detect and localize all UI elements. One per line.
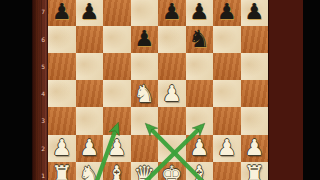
square-g1[interactable] bbox=[213, 162, 241, 180]
piece-white-pawn-a2[interactable]: ♟ bbox=[48, 135, 76, 162]
square-b1[interactable]: ♞ bbox=[76, 162, 104, 180]
piece-black-pawn-b7[interactable]: ♟ bbox=[76, 0, 104, 26]
rank-label-1: 1 bbox=[33, 172, 45, 179]
square-h5[interactable] bbox=[241, 53, 269, 80]
square-a1[interactable]: ♜ bbox=[48, 162, 76, 180]
piece-black-pawn-h7[interactable]: ♟ bbox=[241, 0, 269, 26]
square-g3[interactable] bbox=[213, 107, 241, 134]
square-a3[interactable] bbox=[48, 107, 76, 134]
square-h4[interactable] bbox=[241, 80, 269, 107]
square-c2[interactable]: ♟ bbox=[103, 135, 131, 162]
piece-white-pawn-h2[interactable]: ♟ bbox=[241, 135, 269, 162]
square-h7[interactable]: ♟ bbox=[241, 0, 269, 26]
square-c7[interactable] bbox=[103, 0, 131, 26]
piece-black-pawn-g7[interactable]: ♟ bbox=[213, 0, 241, 26]
square-e3[interactable] bbox=[158, 107, 186, 134]
square-b5[interactable] bbox=[76, 53, 104, 80]
square-e4[interactable]: ♟ bbox=[158, 80, 186, 107]
piece-black-pawn-e7[interactable]: ♟ bbox=[158, 0, 186, 26]
square-f2[interactable]: ♟ bbox=[186, 135, 214, 162]
piece-white-knight-d4[interactable]: ♞ bbox=[131, 80, 159, 107]
square-h3[interactable] bbox=[241, 107, 269, 134]
square-c4[interactable] bbox=[103, 80, 131, 107]
square-d5[interactable] bbox=[131, 53, 159, 80]
piece-white-pawn-c2[interactable]: ♟ bbox=[103, 135, 131, 162]
rank-label-7: 7 bbox=[33, 8, 45, 15]
square-d2[interactable] bbox=[131, 135, 159, 162]
piece-white-bishop-c1[interactable]: ♝ bbox=[103, 162, 131, 180]
square-f1[interactable]: ♝ bbox=[186, 162, 214, 180]
piece-white-queen-d1[interactable]: ♛ bbox=[131, 162, 159, 180]
piece-black-knight-f6[interactable]: ♞ bbox=[186, 26, 214, 53]
piece-black-pawn-a7[interactable]: ♟ bbox=[48, 0, 76, 26]
square-e2[interactable] bbox=[158, 135, 186, 162]
square-b4[interactable] bbox=[76, 80, 104, 107]
square-c5[interactable] bbox=[103, 53, 131, 80]
square-a4[interactable] bbox=[48, 80, 76, 107]
square-f7[interactable]: ♟ bbox=[186, 0, 214, 26]
piece-white-rook-a1[interactable]: ♜ bbox=[48, 162, 76, 180]
square-b2[interactable]: ♟ bbox=[76, 135, 104, 162]
square-h6[interactable] bbox=[241, 26, 269, 53]
square-d1[interactable]: ♛ bbox=[131, 162, 159, 180]
rank-label-2: 2 bbox=[33, 145, 45, 152]
square-e6[interactable] bbox=[158, 26, 186, 53]
square-h1[interactable]: ♜ bbox=[241, 162, 269, 180]
rank-label-6: 6 bbox=[33, 36, 45, 43]
square-a2[interactable]: ♟ bbox=[48, 135, 76, 162]
square-f5[interactable] bbox=[186, 53, 214, 80]
square-f6[interactable]: ♞ bbox=[186, 26, 214, 53]
rank-label-5: 5 bbox=[33, 63, 45, 70]
square-e7[interactable]: ♟ bbox=[158, 0, 186, 26]
square-h2[interactable]: ♟ bbox=[241, 135, 269, 162]
square-b7[interactable]: ♟ bbox=[76, 0, 104, 26]
square-g6[interactable] bbox=[213, 26, 241, 53]
square-d6[interactable]: ♟ bbox=[131, 26, 159, 53]
piece-white-pawn-e4[interactable]: ♟ bbox=[158, 80, 186, 107]
square-f3[interactable] bbox=[186, 107, 214, 134]
square-a5[interactable] bbox=[48, 53, 76, 80]
square-b3[interactable] bbox=[76, 107, 104, 134]
piece-white-knight-b1[interactable]: ♞ bbox=[76, 162, 104, 180]
square-e5[interactable] bbox=[158, 53, 186, 80]
square-b6[interactable] bbox=[76, 26, 104, 53]
square-a7[interactable]: ♟ bbox=[48, 0, 76, 26]
square-f4[interactable] bbox=[186, 80, 214, 107]
square-c1[interactable]: ♝ bbox=[103, 162, 131, 180]
square-d7[interactable] bbox=[131, 0, 159, 26]
square-d3[interactable] bbox=[131, 107, 159, 134]
square-c3[interactable] bbox=[103, 107, 131, 134]
square-g7[interactable]: ♟ bbox=[213, 0, 241, 26]
piece-white-pawn-b2[interactable]: ♟ bbox=[76, 135, 104, 162]
piece-black-pawn-d6[interactable]: ♟ bbox=[131, 26, 159, 53]
square-e1[interactable]: ♚ bbox=[158, 162, 186, 180]
square-a6[interactable] bbox=[48, 26, 76, 53]
square-g4[interactable] bbox=[213, 80, 241, 107]
square-d4[interactable]: ♞ bbox=[131, 80, 159, 107]
rank-label-3: 3 bbox=[33, 117, 45, 124]
chess-video-frame: ♟♟♟♟♟♟♟♞♞♟♟♟♟♟♟♟♜♞♝♛♚♝♜ 87654321 bbox=[0, 0, 320, 180]
square-g2[interactable]: ♟ bbox=[213, 135, 241, 162]
piece-black-pawn-f7[interactable]: ♟ bbox=[186, 0, 214, 26]
piece-white-pawn-g2[interactable]: ♟ bbox=[213, 135, 241, 162]
piece-white-bishop-f1[interactable]: ♝ bbox=[186, 162, 214, 180]
piece-white-king-e1[interactable]: ♚ bbox=[158, 162, 186, 180]
square-c6[interactable] bbox=[103, 26, 131, 53]
piece-white-pawn-f2[interactable]: ♟ bbox=[186, 135, 214, 162]
chess-board: ♟♟♟♟♟♟♟♞♞♟♟♟♟♟♟♟♜♞♝♛♚♝♜ bbox=[48, 0, 268, 180]
piece-white-rook-h1[interactable]: ♜ bbox=[241, 162, 269, 180]
square-g5[interactable] bbox=[213, 53, 241, 80]
board-frame-right bbox=[268, 0, 303, 180]
rank-label-4: 4 bbox=[33, 90, 45, 97]
